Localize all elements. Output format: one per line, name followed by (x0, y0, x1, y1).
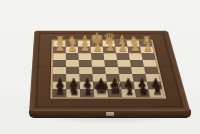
piece-wP[interactable]: ♟ (80, 42, 90, 53)
square[interactable]: ♟ (78, 47, 91, 54)
square[interactable]: ♟ (66, 47, 79, 54)
square[interactable] (131, 67, 145, 74)
square[interactable]: ♟ (103, 47, 116, 54)
piece-wP[interactable]: ♟ (105, 42, 115, 53)
square[interactable]: ♟ (90, 47, 103, 54)
square[interactable] (53, 53, 66, 60)
square[interactable]: ♛ (107, 89, 122, 97)
square[interactable]: ♟ (53, 47, 66, 54)
square[interactable]: ♟ (128, 47, 142, 54)
square[interactable]: ♜ (148, 89, 164, 97)
square[interactable]: ♞ (135, 89, 150, 97)
square[interactable]: ♝ (80, 89, 94, 97)
square[interactable]: ♚ (94, 89, 109, 97)
square[interactable] (92, 67, 106, 74)
piece-wP[interactable]: ♟ (118, 42, 128, 53)
square[interactable] (53, 67, 66, 74)
piece-wP[interactable]: ♟ (67, 42, 77, 53)
piece-bB[interactable]: ♝ (81, 83, 93, 97)
square[interactable] (141, 53, 155, 60)
square[interactable] (118, 67, 132, 74)
square[interactable] (66, 53, 79, 60)
piece-bK[interactable]: ♚ (94, 80, 109, 97)
square[interactable] (104, 53, 118, 60)
square[interactable] (79, 67, 93, 74)
square[interactable] (116, 53, 130, 60)
board-squares: ♜♞♝♚♛♝♞♜♟♟♟♟♟♟♟♟♟♟♟♟♟♟♟♟♜♞♝♚♛♝♞♜ (50, 40, 166, 99)
square[interactable]: ♜ (52, 89, 66, 97)
piece-bR[interactable]: ♜ (151, 84, 162, 96)
square[interactable]: ♟ (115, 47, 128, 54)
square[interactable] (78, 53, 91, 60)
photo-background: ♜♞♝♚♛♝♞♜♟♟♟♟♟♟♟♟♟♟♟♟♟♟♟♟♜♞♝♚♛♝♞♜ (0, 0, 200, 134)
fold-seam (35, 67, 175, 68)
piece-bB[interactable]: ♝ (123, 83, 135, 97)
perspective-stage: ♜♞♝♚♛♝♞♜♟♟♟♟♟♟♟♟♟♟♟♟♟♟♟♟♜♞♝♚♛♝♞♜ (0, 0, 200, 134)
square[interactable] (66, 67, 79, 74)
square[interactable]: ♝ (121, 89, 136, 97)
square[interactable] (91, 53, 104, 60)
piece-wP[interactable]: ♟ (92, 42, 102, 53)
piece-wP[interactable]: ♟ (55, 42, 65, 53)
piece-wP[interactable]: ♟ (130, 42, 140, 53)
piece-bN[interactable]: ♞ (137, 84, 149, 97)
piece-wP[interactable]: ♟ (143, 42, 153, 53)
piece-bQ[interactable]: ♛ (108, 81, 122, 97)
square[interactable] (105, 67, 119, 74)
square[interactable]: ♞ (66, 89, 80, 97)
chess-board: ♜♞♝♚♛♝♞♜♟♟♟♟♟♟♟♟♟♟♟♟♟♟♟♟♜♞♝♚♛♝♞♜ (29, 31, 190, 111)
piece-bR[interactable]: ♜ (54, 84, 65, 96)
square[interactable] (144, 67, 159, 74)
piece-bN[interactable]: ♞ (68, 84, 80, 97)
